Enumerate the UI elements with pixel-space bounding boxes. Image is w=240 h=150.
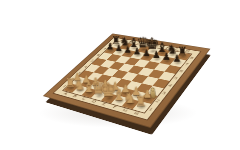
black-pawn-glyph: ♟ <box>115 44 123 53</box>
black-pawn-glyph: ♟ <box>152 50 161 60</box>
square-h1[interactable]: ♜ <box>133 101 151 112</box>
black-pawn-glyph: ♟ <box>106 42 114 51</box>
black-pawn-glyph: ♟ <box>162 52 171 62</box>
black-pawn-glyph: ♟ <box>133 47 141 56</box>
white-rook-glyph: ♜ <box>135 95 147 108</box>
product-photo-stage: ♜♞♝♛♚♝♞♜♟♟♟♟♟♟♟♟♟♟♟♟♟♟♟♟♜♞♝♛♚♝♞♜ AABBCCD… <box>0 0 240 150</box>
black-pawn-glyph: ♟ <box>173 54 182 64</box>
black-pawn-glyph: ♟ <box>142 49 150 58</box>
square-c4[interactable] <box>103 68 119 77</box>
black-pawn-glyph: ♟ <box>124 45 132 54</box>
